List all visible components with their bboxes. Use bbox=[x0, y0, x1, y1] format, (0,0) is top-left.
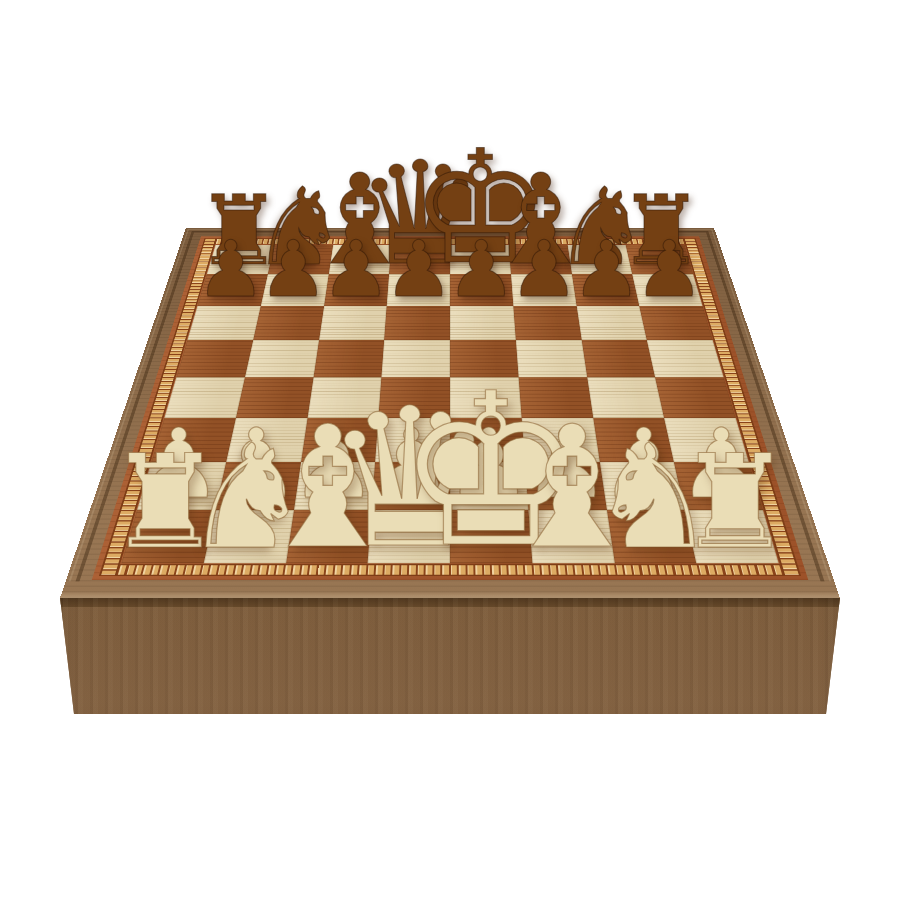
piece-black-pawn-e7[interactable]: ♟ bbox=[447, 231, 517, 309]
piece-black-pawn-a7[interactable]: ♟ bbox=[196, 231, 266, 309]
piece-black-pawn-c7[interactable]: ♟ bbox=[321, 231, 391, 309]
piece-black-pawn-d7[interactable]: ♟ bbox=[384, 231, 454, 309]
piece-black-pawn-f7[interactable]: ♟ bbox=[509, 231, 579, 309]
chess-set-photo: ♜♞♝♛♚♝♞♜♟♟♟♟♟♟♟♟♟♟♟♟♟♟♟♟♜♞♝♛♚♝♞♜ bbox=[0, 0, 900, 900]
piece-black-pawn-g7[interactable]: ♟ bbox=[572, 231, 642, 309]
piece-black-pawn-h7[interactable]: ♟ bbox=[635, 231, 705, 309]
piece-white-rook-h1[interactable]: ♜ bbox=[677, 438, 793, 568]
piece-black-pawn-b7[interactable]: ♟ bbox=[259, 231, 329, 309]
pieces-layer: ♜♞♝♛♚♝♞♜♟♟♟♟♟♟♟♟♟♟♟♟♟♟♟♟♜♞♝♛♚♝♞♜ bbox=[0, 0, 900, 900]
